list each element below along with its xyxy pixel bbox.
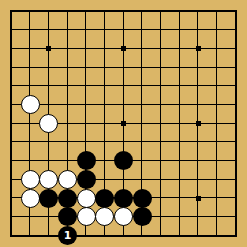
board-intersection[interactable] (58, 114, 77, 133)
board-intersection[interactable] (170, 207, 189, 226)
board-intersection[interactable] (114, 133, 133, 152)
board-intersection[interactable] (2, 207, 21, 226)
board-intersection[interactable] (58, 21, 77, 40)
board-intersection[interactable] (189, 114, 208, 133)
board-intersection[interactable] (39, 133, 58, 152)
board-intersection[interactable] (151, 151, 170, 170)
board-intersection[interactable] (21, 77, 40, 96)
board-intersection[interactable] (207, 170, 226, 189)
board-intersection[interactable] (226, 21, 245, 40)
board-intersection[interactable] (189, 39, 208, 58)
board-intersection[interactable] (114, 95, 133, 114)
board-intersection[interactable] (151, 39, 170, 58)
board-intersection[interactable] (77, 58, 96, 77)
board-intersection[interactable] (226, 189, 245, 208)
board-intersection[interactable] (2, 226, 21, 245)
board-intersection[interactable] (133, 39, 152, 58)
board-intersection[interactable] (2, 2, 21, 21)
board-intersection[interactable] (133, 226, 152, 245)
black-stone (114, 189, 133, 208)
move-1-stone: 1 (58, 226, 77, 245)
board-intersection[interactable] (114, 58, 133, 77)
board-intersection[interactable] (151, 77, 170, 96)
board-intersection[interactable] (189, 77, 208, 96)
black-stone (39, 189, 58, 208)
board-intersection[interactable] (58, 58, 77, 77)
board-intersection[interactable] (2, 95, 21, 114)
board-intersection[interactable] (226, 39, 245, 58)
white-stone (21, 170, 40, 189)
board-intersection[interactable] (170, 21, 189, 40)
board-intersection[interactable] (226, 2, 245, 21)
board-intersection[interactable] (189, 133, 208, 152)
board-intersection[interactable] (58, 39, 77, 58)
board-intersection[interactable] (58, 133, 77, 152)
board-intersection[interactable] (207, 58, 226, 77)
board-intersection[interactable] (207, 114, 226, 133)
white-stone (77, 207, 96, 226)
board-intersection[interactable] (39, 2, 58, 21)
white-stone (21, 95, 40, 114)
board-intersection[interactable] (77, 39, 96, 58)
board-intersection[interactable] (21, 151, 40, 170)
board-intersection[interactable] (151, 58, 170, 77)
board-intersection[interactable] (189, 2, 208, 21)
white-stone (58, 170, 77, 189)
board-intersection[interactable] (2, 133, 21, 152)
board-intersection[interactable] (170, 58, 189, 77)
black-stone (58, 189, 77, 208)
white-stone (77, 189, 96, 208)
board-intersection[interactable] (170, 151, 189, 170)
board-intersection[interactable] (114, 226, 133, 245)
board-intersection[interactable] (95, 77, 114, 96)
board-intersection[interactable] (133, 58, 152, 77)
board-intersection[interactable] (189, 226, 208, 245)
board-intersection[interactable] (39, 58, 58, 77)
board-intersection[interactable] (95, 133, 114, 152)
board-intersection[interactable] (77, 114, 96, 133)
board-intersection[interactable] (151, 2, 170, 21)
board-intersection[interactable] (95, 2, 114, 21)
board-intersection[interactable] (207, 189, 226, 208)
board-intersection[interactable] (207, 207, 226, 226)
board-intersection[interactable] (21, 58, 40, 77)
board-intersection[interactable] (207, 77, 226, 96)
board-intersection[interactable] (21, 114, 40, 133)
black-stone (95, 189, 114, 208)
board-intersection[interactable] (170, 189, 189, 208)
board-intersection[interactable] (133, 95, 152, 114)
board-intersection[interactable] (189, 58, 208, 77)
board-intersection[interactable] (226, 207, 245, 226)
board-intersection[interactable] (151, 207, 170, 226)
board-intersection[interactable] (39, 151, 58, 170)
board-intersection[interactable] (226, 58, 245, 77)
white-stone (21, 189, 40, 208)
board-intersection[interactable] (58, 95, 77, 114)
board-intersection[interactable] (2, 58, 21, 77)
board-intersection[interactable] (2, 21, 21, 40)
board-intersection[interactable] (189, 95, 208, 114)
board-intersection[interactable] (39, 39, 58, 58)
board-intersection[interactable] (58, 151, 77, 170)
board-intersection[interactable] (21, 226, 40, 245)
board-intersection[interactable] (95, 170, 114, 189)
board-intersection[interactable] (95, 39, 114, 58)
board-intersection[interactable] (114, 39, 133, 58)
board-intersection[interactable] (77, 133, 96, 152)
board-intersection[interactable] (77, 2, 96, 21)
board-intersection[interactable] (2, 170, 21, 189)
board-intersection[interactable] (207, 39, 226, 58)
board-intersection[interactable] (21, 39, 40, 58)
board-intersection[interactable] (170, 95, 189, 114)
board-intersection[interactable] (151, 189, 170, 208)
board-intersection[interactable] (77, 77, 96, 96)
board-intersection[interactable] (170, 77, 189, 96)
board-intersection[interactable] (2, 114, 21, 133)
board-intersection[interactable] (189, 189, 208, 208)
board-intersection[interactable] (39, 21, 58, 40)
board-intersection[interactable] (133, 170, 152, 189)
board-intersection[interactable] (170, 226, 189, 245)
black-stone (77, 151, 96, 170)
board-intersection[interactable] (170, 133, 189, 152)
board-intersection[interactable] (207, 133, 226, 152)
board-intersection[interactable] (114, 170, 133, 189)
board-intersection[interactable] (114, 21, 133, 40)
board-intersection[interactable] (133, 77, 152, 96)
board-intersection[interactable] (21, 133, 40, 152)
board-intersection[interactable] (170, 39, 189, 58)
board-intersection[interactable] (58, 2, 77, 21)
board-intersection[interactable] (151, 170, 170, 189)
board-intersection[interactable] (189, 21, 208, 40)
board-intersection[interactable] (95, 114, 114, 133)
board-intersection[interactable] (207, 21, 226, 40)
board-intersection[interactable] (114, 2, 133, 21)
board-intersection[interactable] (226, 133, 245, 152)
board-intersection[interactable] (226, 151, 245, 170)
board-intersection[interactable] (207, 95, 226, 114)
board-intersection[interactable] (77, 226, 96, 245)
board-intersection[interactable] (207, 151, 226, 170)
board-intersection[interactable] (226, 226, 245, 245)
board-intersection[interactable] (114, 114, 133, 133)
board-intersection[interactable] (133, 133, 152, 152)
board-intersection[interactable] (39, 77, 58, 96)
board-intersection[interactable] (95, 151, 114, 170)
board-intersection[interactable] (95, 95, 114, 114)
board-intersection[interactable] (21, 21, 40, 40)
board-intersection[interactable] (21, 2, 40, 21)
board-intersection[interactable] (189, 151, 208, 170)
board-intersection[interactable] (189, 170, 208, 189)
board-intersection[interactable] (95, 226, 114, 245)
board-intersection[interactable] (226, 170, 245, 189)
go-board: 1 (0, 0, 247, 247)
board-intersection[interactable] (39, 226, 58, 245)
board-intersection[interactable] (151, 114, 170, 133)
black-stone (77, 170, 96, 189)
board-intersection[interactable] (2, 151, 21, 170)
board-intersection[interactable] (151, 95, 170, 114)
board-intersection[interactable] (2, 39, 21, 58)
board-intersection[interactable] (2, 189, 21, 208)
board-intersection[interactable] (133, 151, 152, 170)
board-intersection[interactable] (21, 207, 40, 226)
board-intersection[interactable] (95, 58, 114, 77)
board-intersection[interactable] (207, 2, 226, 21)
board-intersection[interactable] (226, 77, 245, 96)
board-intersection[interactable] (226, 114, 245, 133)
board-intersection[interactable] (207, 226, 226, 245)
board-intersection[interactable] (133, 114, 152, 133)
board-intersection[interactable] (151, 133, 170, 152)
board-intersection[interactable] (189, 207, 208, 226)
board-intersection[interactable] (170, 2, 189, 21)
board-intersection[interactable] (170, 170, 189, 189)
board-intersection[interactable] (95, 21, 114, 40)
board-intersection[interactable] (133, 21, 152, 40)
board-intersection[interactable] (151, 226, 170, 245)
board-intersection[interactable] (39, 95, 58, 114)
black-stone (133, 207, 152, 226)
board-intersection[interactable] (77, 21, 96, 40)
board-intersection[interactable] (133, 2, 152, 21)
board-intersection[interactable] (77, 95, 96, 114)
board-intersection[interactable] (114, 77, 133, 96)
board-intersection[interactable] (2, 77, 21, 96)
board-intersection[interactable] (170, 114, 189, 133)
black-stone (133, 189, 152, 208)
board-intersection[interactable] (58, 77, 77, 96)
board-intersection[interactable] (39, 207, 58, 226)
board-intersection[interactable] (151, 21, 170, 40)
board-intersection[interactable] (226, 95, 245, 114)
